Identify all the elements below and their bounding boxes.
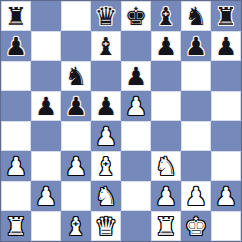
square-c6[interactable]: ♞ xyxy=(61,61,91,91)
chess-board: ♜♛♚♝♞♜♟♝♟♟♟♞♟♟♟♟♟♟♟♟♝♞♟♞♟♟♟♜♝♛♜♚ xyxy=(0,0,242,242)
square-g7[interactable]: ♟ xyxy=(181,31,211,61)
square-d6[interactable] xyxy=(91,61,121,91)
square-h2[interactable]: ♟ xyxy=(211,181,241,211)
piece-white-bishop[interactable]: ♝ xyxy=(65,214,87,239)
square-a1[interactable]: ♜ xyxy=(1,211,31,241)
square-a2[interactable] xyxy=(1,181,31,211)
square-c2[interactable] xyxy=(61,181,91,211)
square-c3[interactable]: ♟ xyxy=(61,151,91,181)
square-g5[interactable] xyxy=(181,91,211,121)
piece-white-pawn[interactable]: ♟ xyxy=(125,94,147,119)
piece-black-pawn[interactable]: ♟ xyxy=(5,34,27,59)
square-b1[interactable] xyxy=(31,211,61,241)
piece-black-pawn[interactable]: ♟ xyxy=(35,94,57,119)
square-h8[interactable]: ♜ xyxy=(211,1,241,31)
square-d8[interactable]: ♛ xyxy=(91,1,121,31)
square-f3[interactable]: ♞ xyxy=(151,151,181,181)
square-e1[interactable] xyxy=(121,211,151,241)
piece-white-rook[interactable]: ♜ xyxy=(155,214,177,239)
square-g4[interactable] xyxy=(181,121,211,151)
square-c5[interactable]: ♟ xyxy=(61,91,91,121)
square-f4[interactable] xyxy=(151,121,181,151)
square-f6[interactable] xyxy=(151,61,181,91)
square-d4[interactable]: ♟ xyxy=(91,121,121,151)
piece-black-pawn[interactable]: ♟ xyxy=(155,34,177,59)
piece-white-bishop[interactable]: ♝ xyxy=(95,154,117,179)
piece-white-knight[interactable]: ♞ xyxy=(155,154,177,179)
square-b5[interactable]: ♟ xyxy=(31,91,61,121)
square-c8[interactable] xyxy=(61,1,91,31)
piece-black-pawn[interactable]: ♟ xyxy=(65,94,87,119)
piece-black-king[interactable]: ♚ xyxy=(125,4,147,29)
square-d7[interactable]: ♝ xyxy=(91,31,121,61)
piece-black-knight[interactable]: ♞ xyxy=(65,64,87,89)
piece-black-queen[interactable]: ♛ xyxy=(95,4,117,29)
square-b6[interactable] xyxy=(31,61,61,91)
square-g1[interactable]: ♚ xyxy=(181,211,211,241)
square-b2[interactable]: ♟ xyxy=(31,181,61,211)
piece-white-pawn[interactable]: ♟ xyxy=(185,184,207,209)
square-b7[interactable] xyxy=(31,31,61,61)
square-d3[interactable]: ♝ xyxy=(91,151,121,181)
square-g6[interactable] xyxy=(181,61,211,91)
square-f5[interactable] xyxy=(151,91,181,121)
piece-white-pawn[interactable]: ♟ xyxy=(35,184,57,209)
piece-black-pawn[interactable]: ♟ xyxy=(215,34,237,59)
square-f1[interactable]: ♜ xyxy=(151,211,181,241)
piece-black-pawn[interactable]: ♟ xyxy=(125,64,147,89)
square-a3[interactable]: ♟ xyxy=(1,151,31,181)
square-b4[interactable] xyxy=(31,121,61,151)
square-a5[interactable] xyxy=(1,91,31,121)
piece-white-pawn[interactable]: ♟ xyxy=(5,154,27,179)
square-a7[interactable]: ♟ xyxy=(1,31,31,61)
piece-black-bishop[interactable]: ♝ xyxy=(95,34,117,59)
square-b8[interactable] xyxy=(31,1,61,31)
square-b3[interactable] xyxy=(31,151,61,181)
square-a8[interactable]: ♜ xyxy=(1,1,31,31)
piece-white-queen[interactable]: ♛ xyxy=(95,214,117,239)
square-g3[interactable] xyxy=(181,151,211,181)
square-e3[interactable] xyxy=(121,151,151,181)
square-c4[interactable] xyxy=(61,121,91,151)
square-f7[interactable]: ♟ xyxy=(151,31,181,61)
square-d2[interactable]: ♞ xyxy=(91,181,121,211)
piece-white-king[interactable]: ♚ xyxy=(185,214,207,239)
square-h7[interactable]: ♟ xyxy=(211,31,241,61)
square-h3[interactable] xyxy=(211,151,241,181)
piece-white-pawn[interactable]: ♟ xyxy=(65,154,87,179)
square-h6[interactable] xyxy=(211,61,241,91)
square-e5[interactable]: ♟ xyxy=(121,91,151,121)
square-e7[interactable] xyxy=(121,31,151,61)
piece-black-rook[interactable]: ♜ xyxy=(215,4,237,29)
square-e8[interactable]: ♚ xyxy=(121,1,151,31)
square-a6[interactable] xyxy=(1,61,31,91)
square-d5[interactable]: ♟ xyxy=(91,91,121,121)
piece-black-knight[interactable]: ♞ xyxy=(185,4,207,29)
square-c1[interactable]: ♝ xyxy=(61,211,91,241)
square-e2[interactable] xyxy=(121,181,151,211)
square-f8[interactable]: ♝ xyxy=(151,1,181,31)
square-h5[interactable] xyxy=(211,91,241,121)
square-h1[interactable] xyxy=(211,211,241,241)
square-e6[interactable]: ♟ xyxy=(121,61,151,91)
piece-white-pawn[interactable]: ♟ xyxy=(95,124,117,149)
piece-white-pawn[interactable]: ♟ xyxy=(155,184,177,209)
square-h4[interactable] xyxy=(211,121,241,151)
piece-white-knight[interactable]: ♞ xyxy=(95,184,117,209)
piece-white-rook[interactable]: ♜ xyxy=(5,214,27,239)
square-e4[interactable] xyxy=(121,121,151,151)
piece-black-pawn[interactable]: ♟ xyxy=(95,94,117,119)
square-d1[interactable]: ♛ xyxy=(91,211,121,241)
square-g2[interactable]: ♟ xyxy=(181,181,211,211)
square-c7[interactable] xyxy=(61,31,91,61)
piece-black-rook[interactable]: ♜ xyxy=(5,4,27,29)
square-g8[interactable]: ♞ xyxy=(181,1,211,31)
piece-black-pawn[interactable]: ♟ xyxy=(185,34,207,59)
square-f2[interactable]: ♟ xyxy=(151,181,181,211)
square-a4[interactable] xyxy=(1,121,31,151)
piece-black-bishop[interactable]: ♝ xyxy=(155,4,177,29)
piece-white-pawn[interactable]: ♟ xyxy=(215,184,237,209)
